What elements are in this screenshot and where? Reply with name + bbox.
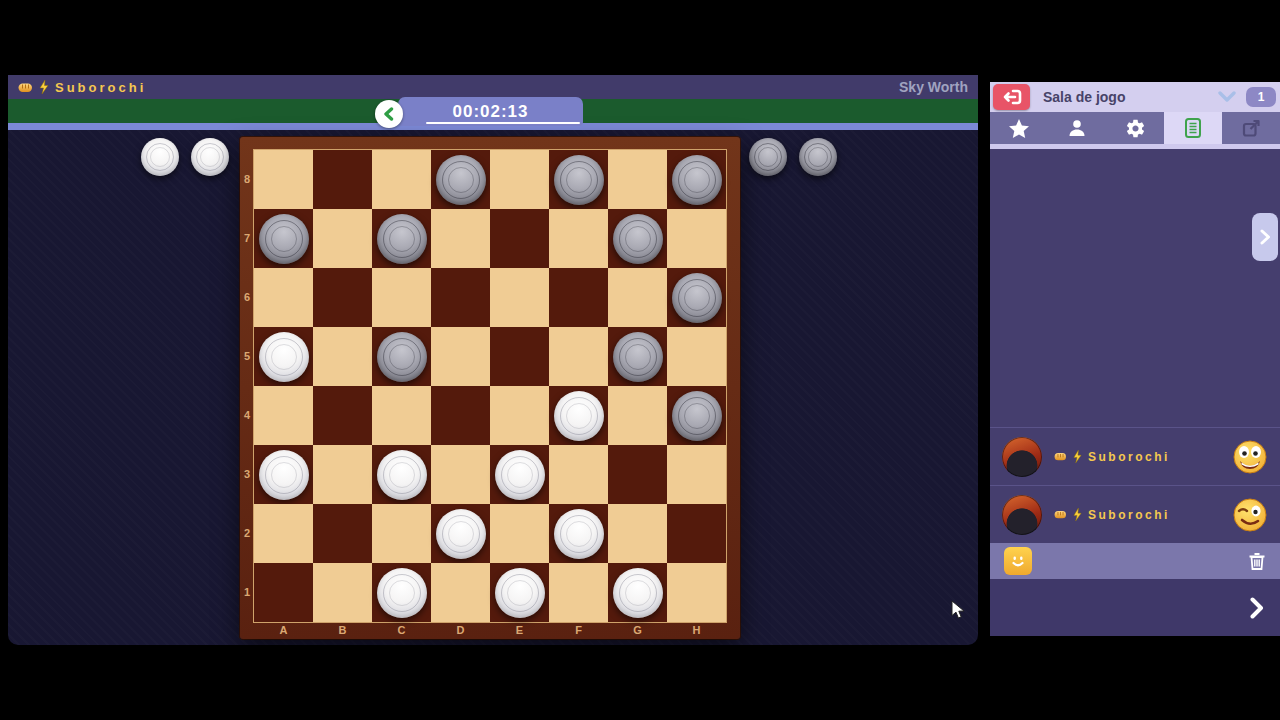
- square-e6[interactable]: [490, 268, 549, 327]
- square-d4[interactable]: [431, 386, 490, 445]
- fist-icon: [1054, 451, 1067, 462]
- square-c1[interactable]: [372, 563, 431, 622]
- gray-man-g5[interactable]: [613, 332, 663, 382]
- share-icon: [1241, 118, 1262, 139]
- message-author: Suborochi: [1054, 508, 1170, 522]
- square-f3[interactable]: [549, 445, 608, 504]
- tab-favorites[interactable]: [990, 112, 1048, 144]
- square-b5[interactable]: [313, 327, 372, 386]
- square-d8[interactable]: [431, 150, 490, 209]
- player-tag: Suborochi: [18, 80, 146, 95]
- author-name: Suborochi: [1088, 508, 1170, 522]
- gray-man-a7[interactable]: [259, 214, 309, 264]
- square-b7[interactable]: [313, 209, 372, 268]
- fist-icon: [18, 81, 33, 94]
- game-timer: 00:02:13: [398, 97, 583, 126]
- rank-label-8: 8: [240, 150, 254, 209]
- square-a4[interactable]: [254, 386, 313, 445]
- square-b6[interactable]: [313, 268, 372, 327]
- square-b4[interactable]: [313, 386, 372, 445]
- leave-room-button[interactable]: [993, 84, 1030, 110]
- square-a6[interactable]: [254, 268, 313, 327]
- chevron-right-icon: [1260, 229, 1271, 245]
- file-label-A: A: [254, 623, 313, 639]
- fist-icon: [1054, 509, 1067, 520]
- square-f8[interactable]: [549, 150, 608, 209]
- exit-icon: [1001, 87, 1023, 107]
- lightning-icon: [38, 80, 50, 94]
- square-h7[interactable]: [667, 209, 726, 268]
- square-b1[interactable]: [313, 563, 372, 622]
- square-c4[interactable]: [372, 386, 431, 445]
- tab-players[interactable]: [1048, 112, 1106, 144]
- square-c2[interactable]: [372, 504, 431, 563]
- chevron-down-icon: [1218, 91, 1236, 103]
- grinning-emoji: [1232, 439, 1268, 475]
- square-a2[interactable]: [254, 504, 313, 563]
- square-d7[interactable]: [431, 209, 490, 268]
- captured-white-piece: [191, 138, 229, 176]
- square-b2[interactable]: [313, 504, 372, 563]
- square-h4[interactable]: [667, 386, 726, 445]
- file-label-H: H: [667, 623, 726, 639]
- winking-emoji: [1232, 497, 1268, 533]
- square-e5[interactable]: [490, 327, 549, 386]
- square-h6[interactable]: [667, 268, 726, 327]
- gray-man-d8[interactable]: [436, 155, 486, 205]
- captured-black-tray: [749, 138, 837, 176]
- square-g2[interactable]: [608, 504, 667, 563]
- white-man-c1[interactable]: [377, 568, 427, 618]
- checkers-board: 87654321ABCDEFGH: [240, 137, 740, 639]
- gray-man-h4[interactable]: [672, 391, 722, 441]
- white-man-f4[interactable]: [554, 391, 604, 441]
- chevron-left-icon: [383, 107, 395, 121]
- timer-value: 00:02:13: [452, 102, 528, 122]
- mouse-cursor: [951, 600, 966, 624]
- gear-icon: [1125, 118, 1146, 139]
- clear-chat-button[interactable]: [1248, 551, 1266, 571]
- white-man-a3[interactable]: [259, 450, 309, 500]
- square-c5[interactable]: [372, 327, 431, 386]
- square-h3[interactable]: [667, 445, 726, 504]
- author-name: Suborochi: [1088, 450, 1170, 464]
- square-d6[interactable]: [431, 268, 490, 327]
- gray-man-g7[interactable]: [613, 214, 663, 264]
- rank-label-7: 7: [240, 209, 254, 268]
- room-count-badge: 1: [1246, 87, 1276, 107]
- emoji-picker-button[interactable]: [1004, 547, 1032, 575]
- square-d2[interactable]: [431, 504, 490, 563]
- square-d1[interactable]: [431, 563, 490, 622]
- rank-label-2: 2: [240, 504, 254, 563]
- captured-gray-piece: [799, 138, 837, 176]
- timer-back-button[interactable]: [375, 100, 403, 128]
- square-g8[interactable]: [608, 150, 667, 209]
- white-man-f2[interactable]: [554, 509, 604, 559]
- star-icon: [1008, 118, 1030, 139]
- rank-label-1: 1: [240, 563, 254, 622]
- square-a5[interactable]: [254, 327, 313, 386]
- gray-man-c7[interactable]: [377, 214, 427, 264]
- square-g1[interactable]: [608, 563, 667, 622]
- square-a7[interactable]: [254, 209, 313, 268]
- square-e8[interactable]: [490, 150, 549, 209]
- square-f1[interactable]: [549, 563, 608, 622]
- square-c8[interactable]: [372, 150, 431, 209]
- square-a1[interactable]: [254, 563, 313, 622]
- square-b3[interactable]: [313, 445, 372, 504]
- square-g5[interactable]: [608, 327, 667, 386]
- square-d3[interactable]: [431, 445, 490, 504]
- sidebar-collapse-handle[interactable]: [1252, 213, 1278, 261]
- square-a8[interactable]: [254, 150, 313, 209]
- rank-label-4: 4: [240, 386, 254, 445]
- chat-message[interactable]: Suborochi: [990, 427, 1280, 485]
- collapse-header-button[interactable]: [1218, 91, 1236, 103]
- square-a3[interactable]: [254, 445, 313, 504]
- white-man-e3[interactable]: [495, 450, 545, 500]
- lightning-icon: [1072, 450, 1083, 463]
- chat-log-icon: [1183, 117, 1203, 139]
- opponent-name: Sky Worth: [899, 79, 968, 95]
- top-player-bar: Suborochi Sky Worth: [8, 75, 978, 99]
- square-f2[interactable]: [549, 504, 608, 563]
- white-man-d2[interactable]: [436, 509, 486, 559]
- square-g6[interactable]: [608, 268, 667, 327]
- square-b8[interactable]: [313, 150, 372, 209]
- square-c3[interactable]: [372, 445, 431, 504]
- avatar: [1002, 495, 1042, 535]
- square-h8[interactable]: [667, 150, 726, 209]
- file-label-F: F: [549, 623, 608, 639]
- gray-man-c5[interactable]: [377, 332, 427, 382]
- gray-man-h8[interactable]: [672, 155, 722, 205]
- square-f5[interactable]: [549, 327, 608, 386]
- square-h1[interactable]: [667, 563, 726, 622]
- screen: Suborochi Sky Worth 00:02:13 87654321ABC…: [0, 0, 1280, 720]
- sidebar-header: Sala de jogo 1: [990, 82, 1280, 112]
- square-g3[interactable]: [608, 445, 667, 504]
- message-author: Suborochi: [1054, 450, 1170, 464]
- game-panel: Suborochi Sky Worth 00:02:13 87654321ABC…: [8, 75, 978, 645]
- captured-gray-piece: [749, 138, 787, 176]
- rank-label-5: 5: [240, 327, 254, 386]
- person-icon: [1067, 118, 1087, 138]
- square-g4[interactable]: [608, 386, 667, 445]
- file-label-G: G: [608, 623, 667, 639]
- captured-white-piece: [141, 138, 179, 176]
- tab-chat-log[interactable]: [1164, 112, 1222, 144]
- rank-label-3: 3: [240, 445, 254, 504]
- square-e2[interactable]: [490, 504, 549, 563]
- player-name: Suborochi: [55, 80, 146, 95]
- square-f7[interactable]: [549, 209, 608, 268]
- lightning-icon: [1072, 508, 1083, 521]
- square-e1[interactable]: [490, 563, 549, 622]
- square-f6[interactable]: [549, 268, 608, 327]
- square-g7[interactable]: [608, 209, 667, 268]
- file-label-E: E: [490, 623, 549, 639]
- file-label-D: D: [431, 623, 490, 639]
- chevron-right-icon: [1250, 597, 1264, 619]
- square-h2[interactable]: [667, 504, 726, 563]
- avatar: [1002, 437, 1042, 477]
- white-man-g1[interactable]: [613, 568, 663, 618]
- file-label-C: C: [372, 623, 431, 639]
- white-man-a5[interactable]: [259, 332, 309, 382]
- gray-man-h6[interactable]: [672, 273, 722, 323]
- smiley-icon: [1009, 552, 1027, 570]
- chat-area: [990, 149, 1280, 427]
- board-grid: [254, 150, 726, 622]
- square-e3[interactable]: [490, 445, 549, 504]
- square-d5[interactable]: [431, 327, 490, 386]
- sidebar-tabs: [990, 112, 1280, 144]
- trash-icon: [1248, 551, 1266, 571]
- chat-message[interactable]: Suborochi: [990, 485, 1280, 543]
- captured-white-tray: [141, 138, 229, 176]
- square-e7[interactable]: [490, 209, 549, 268]
- chat-sidebar: Sala de jogo 1: [990, 82, 1280, 636]
- tab-share[interactable]: [1222, 112, 1280, 144]
- square-c6[interactable]: [372, 268, 431, 327]
- square-h5[interactable]: [667, 327, 726, 386]
- chat-expand-row: [990, 579, 1280, 636]
- square-f4[interactable]: [549, 386, 608, 445]
- white-man-c3[interactable]: [377, 450, 427, 500]
- rank-label-6: 6: [240, 268, 254, 327]
- room-title: Sala de jogo: [1043, 89, 1218, 105]
- tab-settings[interactable]: [1106, 112, 1164, 144]
- file-label-B: B: [313, 623, 372, 639]
- square-c7[interactable]: [372, 209, 431, 268]
- gray-man-f8[interactable]: [554, 155, 604, 205]
- chat-input-row: [990, 543, 1280, 579]
- white-man-e1[interactable]: [495, 568, 545, 618]
- expand-chat-button[interactable]: [1250, 597, 1264, 619]
- square-e4[interactable]: [490, 386, 549, 445]
